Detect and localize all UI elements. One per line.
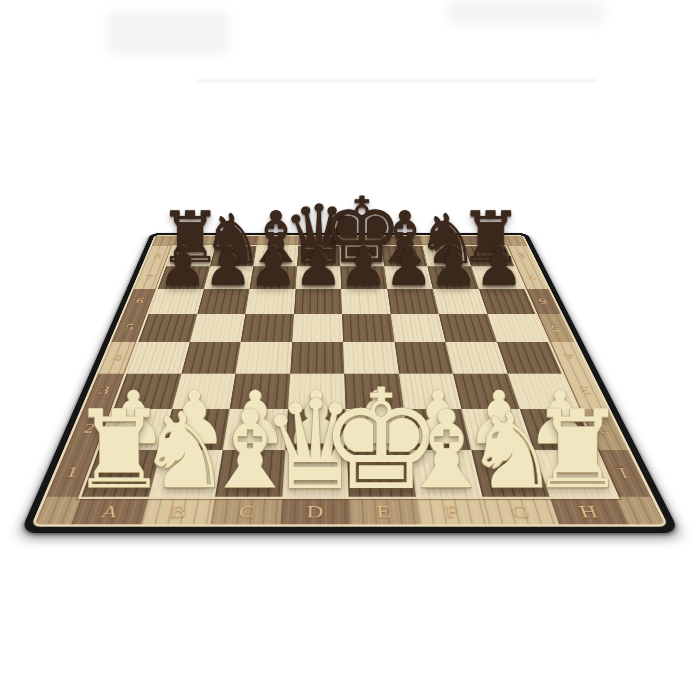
pieces-layer: ♜♞♝♛♚♝♞♜♟♟♟♟♟♟♟♟♟♟♟♟♟♟♟♟♜♞♝♛♚♝♞♜ xyxy=(0,0,700,700)
piece-black-pawn[interactable]: ♟ xyxy=(384,240,433,294)
product-render: ABCDEFGH ABCDEFGH 87654321 87654321 ♜♞♝♛… xyxy=(0,0,700,700)
piece-black-pawn[interactable]: ♟ xyxy=(339,240,388,294)
piece-black-pawn[interactable]: ♟ xyxy=(249,240,298,294)
piece-black-pawn[interactable]: ♟ xyxy=(294,240,343,294)
piece-black-pawn[interactable]: ♟ xyxy=(159,240,208,294)
piece-black-pawn[interactable]: ♟ xyxy=(204,240,253,294)
piece-black-pawn[interactable]: ♟ xyxy=(430,240,479,294)
piece-white-rook[interactable]: ♜ xyxy=(529,397,625,505)
piece-black-pawn[interactable]: ♟ xyxy=(475,240,524,294)
